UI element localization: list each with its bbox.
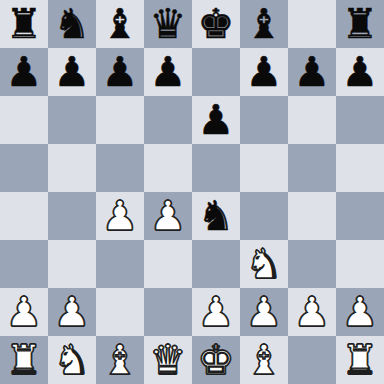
square-g5[interactable] (288, 144, 336, 192)
black-pawn-icon[interactable]: ♟ (342, 48, 379, 96)
square-g1[interactable] (288, 336, 336, 384)
black-king-icon[interactable]: ♚ (198, 0, 235, 48)
white-pawn-icon[interactable]: ♟ (54, 288, 91, 336)
square-d2[interactable] (144, 288, 192, 336)
square-e6[interactable]: ♟ (192, 96, 240, 144)
square-g3[interactable] (288, 240, 336, 288)
black-pawn-icon[interactable]: ♟ (102, 48, 139, 96)
square-d6[interactable] (144, 96, 192, 144)
square-a2[interactable]: ♟ (0, 288, 48, 336)
white-knight-icon[interactable]: ♞ (246, 240, 283, 288)
square-b6[interactable] (48, 96, 96, 144)
square-c3[interactable] (96, 240, 144, 288)
square-c2[interactable] (96, 288, 144, 336)
black-pawn-icon[interactable]: ♟ (150, 48, 187, 96)
square-c8[interactable]: ♝ (96, 0, 144, 48)
square-c5[interactable] (96, 144, 144, 192)
square-h6[interactable] (336, 96, 384, 144)
square-f3[interactable]: ♞ (240, 240, 288, 288)
black-pawn-icon[interactable]: ♟ (246, 48, 283, 96)
white-queen-icon[interactable]: ♛ (150, 336, 187, 384)
white-pawn-icon[interactable]: ♟ (342, 288, 379, 336)
square-b2[interactable]: ♟ (48, 288, 96, 336)
square-f7[interactable]: ♟ (240, 48, 288, 96)
black-pawn-icon[interactable]: ♟ (6, 48, 43, 96)
white-pawn-icon[interactable]: ♟ (102, 192, 139, 240)
square-a7[interactable]: ♟ (0, 48, 48, 96)
black-pawn-icon[interactable]: ♟ (54, 48, 91, 96)
square-e8[interactable]: ♚ (192, 0, 240, 48)
square-c4[interactable]: ♟ (96, 192, 144, 240)
square-h2[interactable]: ♟ (336, 288, 384, 336)
square-d3[interactable] (144, 240, 192, 288)
square-b1[interactable]: ♞ (48, 336, 96, 384)
square-f8[interactable]: ♝ (240, 0, 288, 48)
square-b5[interactable] (48, 144, 96, 192)
square-b4[interactable] (48, 192, 96, 240)
white-pawn-icon[interactable]: ♟ (246, 288, 283, 336)
black-rook-icon[interactable]: ♜ (6, 0, 43, 48)
square-a6[interactable] (0, 96, 48, 144)
square-h5[interactable] (336, 144, 384, 192)
white-king-icon[interactable]: ♚ (198, 336, 235, 384)
square-e4[interactable]: ♞ (192, 192, 240, 240)
white-knight-icon[interactable]: ♞ (54, 336, 91, 384)
square-d1[interactable]: ♛ (144, 336, 192, 384)
white-pawn-icon[interactable]: ♟ (6, 288, 43, 336)
square-b7[interactable]: ♟ (48, 48, 96, 96)
square-f1[interactable]: ♝ (240, 336, 288, 384)
square-f5[interactable] (240, 144, 288, 192)
white-pawn-icon[interactable]: ♟ (294, 288, 331, 336)
square-f4[interactable] (240, 192, 288, 240)
square-c6[interactable] (96, 96, 144, 144)
black-knight-icon[interactable]: ♞ (198, 192, 235, 240)
square-h7[interactable]: ♟ (336, 48, 384, 96)
square-g2[interactable]: ♟ (288, 288, 336, 336)
chess-board: ♜♞♝♛♚♝♜♟♟♟♟♟♟♟♟♟♟♞♞♟♟♟♟♟♟♜♞♝♛♚♝♜ (0, 0, 384, 384)
square-b8[interactable]: ♞ (48, 0, 96, 48)
square-g7[interactable]: ♟ (288, 48, 336, 96)
square-e7[interactable] (192, 48, 240, 96)
black-bishop-icon[interactable]: ♝ (102, 0, 139, 48)
square-d5[interactable] (144, 144, 192, 192)
square-a1[interactable]: ♜ (0, 336, 48, 384)
square-h4[interactable] (336, 192, 384, 240)
square-a4[interactable] (0, 192, 48, 240)
square-e5[interactable] (192, 144, 240, 192)
square-b3[interactable] (48, 240, 96, 288)
square-c7[interactable]: ♟ (96, 48, 144, 96)
square-f2[interactable]: ♟ (240, 288, 288, 336)
black-knight-icon[interactable]: ♞ (54, 0, 91, 48)
square-c1[interactable]: ♝ (96, 336, 144, 384)
square-g6[interactable] (288, 96, 336, 144)
square-f6[interactable] (240, 96, 288, 144)
square-e2[interactable]: ♟ (192, 288, 240, 336)
black-bishop-icon[interactable]: ♝ (246, 0, 283, 48)
black-pawn-icon[interactable]: ♟ (294, 48, 331, 96)
square-h8[interactable]: ♜ (336, 0, 384, 48)
square-d8[interactable]: ♛ (144, 0, 192, 48)
chess-board-container: ♜♞♝♛♚♝♜♟♟♟♟♟♟♟♟♟♟♞♞♟♟♟♟♟♟♜♞♝♛♚♝♜ (0, 0, 384, 384)
square-e3[interactable] (192, 240, 240, 288)
square-d4[interactable]: ♟ (144, 192, 192, 240)
white-bishop-icon[interactable]: ♝ (246, 336, 283, 384)
square-g8[interactable] (288, 0, 336, 48)
square-e1[interactable]: ♚ (192, 336, 240, 384)
white-rook-icon[interactable]: ♜ (6, 336, 43, 384)
white-bishop-icon[interactable]: ♝ (102, 336, 139, 384)
square-a3[interactable] (0, 240, 48, 288)
square-a5[interactable] (0, 144, 48, 192)
square-a8[interactable]: ♜ (0, 0, 48, 48)
square-h1[interactable]: ♜ (336, 336, 384, 384)
square-g4[interactable] (288, 192, 336, 240)
white-pawn-icon[interactable]: ♟ (198, 288, 235, 336)
white-pawn-icon[interactable]: ♟ (150, 192, 187, 240)
black-queen-icon[interactable]: ♛ (150, 0, 187, 48)
black-rook-icon[interactable]: ♜ (342, 0, 379, 48)
square-h3[interactable] (336, 240, 384, 288)
square-d7[interactable]: ♟ (144, 48, 192, 96)
white-rook-icon[interactable]: ♜ (342, 336, 379, 384)
black-pawn-icon[interactable]: ♟ (198, 96, 235, 144)
